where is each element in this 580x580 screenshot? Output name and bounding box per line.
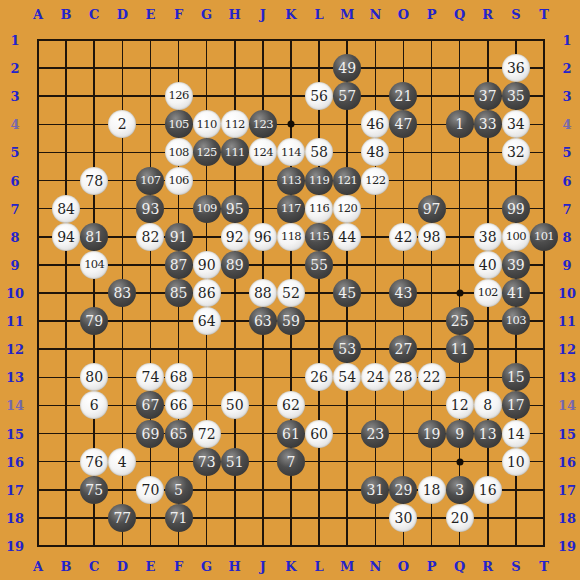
move-number: 99 — [507, 202, 525, 216]
move-number: 84 — [57, 202, 75, 216]
move-number: 25 — [451, 314, 469, 328]
coordinate-label-column: R — [482, 560, 493, 573]
coordinate-label-column: L — [315, 560, 324, 573]
stone-white-R9: 40 — [474, 251, 502, 279]
move-number: 65 — [170, 427, 188, 441]
coordinate-label-row: 18 — [6, 511, 24, 524]
coordinate-label-column: G — [201, 8, 212, 21]
coordinate-label-column: H — [229, 560, 241, 573]
stone-white-C9: 104 — [80, 251, 108, 279]
coordinate-label-column: B — [61, 560, 72, 573]
grid-line-horizontal — [37, 545, 545, 547]
go-board[interactable]: AABBCCDDEEFFGGHHJJKKLLMMNNOOPPQQRRSSTT11… — [0, 0, 580, 580]
coordinate-label-column: E — [145, 560, 155, 573]
move-number: 4 — [118, 455, 127, 469]
move-number: 55 — [310, 258, 328, 272]
stone-white-K10: 52 — [277, 279, 305, 307]
move-number: 30 — [395, 511, 413, 525]
move-number: 78 — [85, 174, 103, 188]
move-number: 80 — [85, 370, 103, 384]
move-number: 32 — [507, 145, 525, 159]
move-number: 103 — [506, 315, 526, 327]
stone-black-F8: 91 — [165, 223, 193, 251]
stone-white-D16: 4 — [108, 448, 136, 476]
stone-white-L3: 56 — [305, 82, 333, 110]
stone-black-F10: 85 — [165, 279, 193, 307]
coordinate-label-row: 12 — [6, 343, 24, 356]
coordinate-label-row: 13 — [6, 371, 24, 384]
coordinate-label-column: S — [511, 8, 520, 21]
move-number: 72 — [198, 427, 216, 441]
coordinate-label-row: 4 — [10, 118, 19, 131]
move-number: 7 — [287, 455, 296, 469]
stone-white-F5: 108 — [165, 138, 193, 166]
move-number: 79 — [85, 314, 103, 328]
grid-line-horizontal — [37, 377, 545, 379]
stone-black-H7: 95 — [221, 195, 249, 223]
stone-black-Q15: 9 — [446, 420, 474, 448]
stone-white-E8: 82 — [136, 223, 164, 251]
move-number: 104 — [84, 259, 104, 271]
move-number: 12 — [451, 398, 469, 412]
stone-black-F4: 105 — [165, 110, 193, 138]
coordinate-label-row: 10 — [558, 287, 576, 300]
coordinate-label-row: 11 — [6, 315, 24, 328]
move-number: 62 — [282, 398, 300, 412]
stone-white-J10: 88 — [249, 279, 277, 307]
move-number: 118 — [281, 231, 301, 243]
coordinate-label-row: 2 — [10, 62, 19, 75]
coordinate-label-row: 6 — [562, 174, 571, 187]
stone-black-N17: 31 — [361, 476, 389, 504]
move-number: 85 — [170, 286, 188, 300]
move-number: 95 — [226, 202, 244, 216]
move-number: 106 — [168, 175, 188, 187]
coordinate-label-row: 16 — [6, 455, 24, 468]
coordinate-label-column: J — [260, 8, 266, 21]
coordinate-label-row: 2 — [562, 62, 571, 75]
stone-white-P17: 18 — [418, 476, 446, 504]
stone-black-O3: 21 — [389, 82, 417, 110]
move-number: 16 — [479, 483, 497, 497]
stone-black-M12: 53 — [333, 335, 361, 363]
stone-white-K8: 118 — [277, 223, 305, 251]
stone-black-E7: 93 — [136, 195, 164, 223]
move-number: 34 — [507, 117, 525, 131]
move-number: 76 — [85, 455, 103, 469]
coordinate-label-row: 8 — [562, 230, 571, 243]
move-number: 50 — [226, 398, 244, 412]
coordinate-label-row: 4 — [562, 118, 571, 131]
move-number: 2 — [118, 117, 127, 131]
move-number: 38 — [479, 230, 497, 244]
star-point — [456, 290, 463, 297]
move-number: 83 — [113, 286, 131, 300]
move-number: 10 — [507, 455, 525, 469]
coordinate-label-row: 16 — [558, 455, 576, 468]
move-number: 92 — [226, 230, 244, 244]
stone-white-S2: 36 — [502, 54, 530, 82]
move-number: 58 — [310, 145, 328, 159]
move-number: 90 — [198, 258, 216, 272]
stone-black-K6: 113 — [277, 167, 305, 195]
coordinate-label-column: M — [340, 8, 354, 21]
stone-white-L15: 60 — [305, 420, 333, 448]
move-number: 121 — [337, 175, 357, 187]
stone-white-S15: 14 — [502, 420, 530, 448]
grid-line-vertical — [431, 39, 433, 547]
coordinate-label-column: K — [285, 8, 296, 21]
move-number: 24 — [366, 370, 384, 384]
stone-white-G15: 72 — [193, 420, 221, 448]
stone-black-C11: 79 — [80, 307, 108, 335]
move-number: 57 — [338, 89, 356, 103]
move-number: 54 — [338, 370, 356, 384]
move-number: 86 — [198, 286, 216, 300]
move-number: 26 — [310, 370, 328, 384]
coordinate-label-column: Q — [454, 560, 465, 573]
stone-black-R4: 33 — [474, 110, 502, 138]
move-number: 27 — [395, 342, 413, 356]
stone-black-C8: 81 — [80, 223, 108, 251]
stone-black-N15: 23 — [361, 420, 389, 448]
move-number: 1 — [455, 117, 464, 131]
stone-black-H5: 111 — [221, 138, 249, 166]
coordinate-label-row: 10 — [6, 287, 24, 300]
stone-white-C16: 76 — [80, 448, 108, 476]
coordinate-label-row: 14 — [558, 399, 576, 412]
coordinate-label-row: 1 — [10, 34, 19, 47]
move-number: 35 — [507, 89, 525, 103]
move-number: 122 — [365, 175, 385, 187]
stone-white-R17: 16 — [474, 476, 502, 504]
stone-black-O4: 47 — [389, 110, 417, 138]
stone-white-F3: 126 — [165, 82, 193, 110]
stone-black-Q12: 11 — [446, 335, 474, 363]
coordinate-label-column: D — [117, 8, 128, 21]
move-number: 28 — [395, 370, 413, 384]
stone-white-P8: 98 — [418, 223, 446, 251]
move-number: 74 — [142, 370, 160, 384]
stone-white-K5: 114 — [277, 138, 305, 166]
move-number: 116 — [309, 203, 329, 215]
stone-black-K15: 61 — [277, 420, 305, 448]
stone-black-P7: 97 — [418, 195, 446, 223]
move-number: 97 — [423, 202, 441, 216]
move-number: 89 — [226, 258, 244, 272]
coordinate-label-row: 12 — [558, 343, 576, 356]
move-number: 119 — [309, 175, 329, 187]
coordinate-label-row: 14 — [6, 399, 24, 412]
coordinate-label-row: 11 — [558, 315, 576, 328]
stone-white-G9: 90 — [193, 251, 221, 279]
move-number: 91 — [170, 230, 188, 244]
move-number: 29 — [395, 483, 413, 497]
coordinate-label-column: T — [539, 8, 549, 21]
coordinate-label-column: G — [201, 560, 212, 573]
move-number: 108 — [168, 147, 188, 159]
stone-white-G4: 110 — [193, 110, 221, 138]
stone-black-G16: 73 — [193, 448, 221, 476]
move-number: 13 — [479, 427, 497, 441]
stone-white-S8: 100 — [502, 223, 530, 251]
move-number: 22 — [423, 370, 441, 384]
stone-white-R8: 38 — [474, 223, 502, 251]
move-number: 70 — [142, 483, 160, 497]
coordinate-label-column: T — [539, 560, 549, 573]
stone-white-C6: 78 — [80, 167, 108, 195]
stone-black-D10: 83 — [108, 279, 136, 307]
stone-black-O17: 29 — [389, 476, 417, 504]
coordinate-label-column: F — [174, 8, 183, 21]
stone-white-L7: 116 — [305, 195, 333, 223]
move-number: 9 — [455, 427, 464, 441]
move-number: 114 — [281, 147, 301, 159]
stone-black-S13: 15 — [502, 363, 530, 391]
stone-white-R14: 8 — [474, 391, 502, 419]
move-number: 6 — [90, 398, 99, 412]
move-number: 36 — [507, 61, 525, 75]
stone-black-K7: 117 — [277, 195, 305, 223]
stone-white-G10: 86 — [193, 279, 221, 307]
move-number: 60 — [310, 427, 328, 441]
coordinate-label-column: J — [260, 560, 266, 573]
stone-white-R10: 102 — [474, 279, 502, 307]
stone-black-E15: 69 — [136, 420, 164, 448]
stone-white-C14: 6 — [80, 391, 108, 419]
stone-white-M13: 54 — [333, 363, 361, 391]
coordinate-label-column: N — [369, 560, 381, 573]
move-number: 15 — [507, 370, 525, 384]
coordinate-label-column: Q — [454, 8, 465, 21]
coordinate-label-row: 3 — [562, 90, 571, 103]
coordinate-label-row: 13 — [558, 371, 576, 384]
stone-black-O12: 27 — [389, 335, 417, 363]
stone-black-F17: 5 — [165, 476, 193, 504]
move-number: 41 — [507, 286, 525, 300]
stone-white-J5: 124 — [249, 138, 277, 166]
move-number: 18 — [423, 483, 441, 497]
move-number: 61 — [282, 427, 300, 441]
coordinate-label-column: L — [315, 8, 324, 21]
stone-black-R3: 37 — [474, 82, 502, 110]
coordinate-label-row: 5 — [10, 146, 19, 159]
stone-white-S5: 32 — [502, 138, 530, 166]
coordinate-label-column: R — [482, 8, 493, 21]
stone-black-S3: 35 — [502, 82, 530, 110]
coordinate-label-row: 15 — [6, 427, 24, 440]
move-number: 64 — [198, 314, 216, 328]
coordinate-label-row: 17 — [6, 483, 24, 496]
stone-black-S11: 103 — [502, 307, 530, 335]
move-number: 77 — [113, 511, 131, 525]
move-number: 47 — [395, 117, 413, 131]
move-number: 107 — [140, 175, 160, 187]
move-number: 43 — [395, 286, 413, 300]
stone-black-G7: 109 — [193, 195, 221, 223]
move-number: 51 — [226, 455, 244, 469]
stone-white-O18: 30 — [389, 504, 417, 532]
move-number: 88 — [254, 286, 272, 300]
coordinate-label-column: C — [89, 8, 99, 21]
move-number: 113 — [281, 175, 301, 187]
star-point — [456, 458, 463, 465]
stone-white-N13: 24 — [361, 363, 389, 391]
coordinate-label-column: E — [145, 8, 155, 21]
coordinate-label-column: A — [33, 560, 43, 573]
coordinate-label-row: 9 — [562, 258, 571, 271]
move-number: 71 — [170, 511, 188, 525]
move-number: 126 — [168, 90, 188, 102]
coordinate-label-row: 7 — [562, 202, 571, 215]
stone-white-F14: 66 — [165, 391, 193, 419]
move-number: 102 — [478, 287, 498, 299]
move-number: 8 — [483, 398, 492, 412]
move-number: 100 — [506, 231, 526, 243]
stone-white-H14: 50 — [221, 391, 249, 419]
stone-black-M10: 45 — [333, 279, 361, 307]
stone-white-M8: 44 — [333, 223, 361, 251]
stone-white-Q14: 12 — [446, 391, 474, 419]
stone-white-C13: 80 — [80, 363, 108, 391]
move-number: 82 — [142, 230, 160, 244]
stone-white-P13: 22 — [418, 363, 446, 391]
move-number: 59 — [282, 314, 300, 328]
stone-black-O10: 43 — [389, 279, 417, 307]
stone-white-K14: 62 — [277, 391, 305, 419]
coordinate-label-row: 5 — [562, 146, 571, 159]
stone-black-M6: 121 — [333, 167, 361, 195]
stone-white-N5: 48 — [361, 138, 389, 166]
stone-white-F6: 106 — [165, 167, 193, 195]
move-number: 23 — [366, 427, 384, 441]
stone-black-H9: 89 — [221, 251, 249, 279]
stone-black-S14: 17 — [502, 391, 530, 419]
move-number: 14 — [507, 427, 525, 441]
stone-black-H16: 51 — [221, 448, 249, 476]
star-point — [288, 121, 295, 128]
move-number: 37 — [479, 89, 497, 103]
move-number: 56 — [310, 89, 328, 103]
stone-white-N6: 122 — [361, 167, 389, 195]
grid-line-vertical — [318, 39, 320, 547]
coordinate-label-column: A — [33, 8, 43, 21]
coordinate-label-column: H — [229, 8, 241, 21]
move-number: 67 — [142, 398, 160, 412]
coordinate-label-row: 6 — [10, 174, 19, 187]
move-number: 45 — [338, 286, 356, 300]
move-number: 3 — [455, 483, 464, 497]
move-number: 44 — [338, 230, 356, 244]
coordinate-label-row: 3 — [10, 90, 19, 103]
move-number: 52 — [282, 286, 300, 300]
stone-black-Q11: 25 — [446, 307, 474, 335]
move-number: 105 — [168, 119, 188, 131]
move-number: 98 — [423, 230, 441, 244]
move-number: 73 — [198, 455, 216, 469]
move-number: 42 — [395, 230, 413, 244]
coordinate-label-column: O — [398, 560, 409, 573]
stone-black-L6: 119 — [305, 167, 333, 195]
stone-black-F15: 65 — [165, 420, 193, 448]
move-number: 112 — [225, 119, 245, 131]
stone-white-B8: 94 — [52, 223, 80, 251]
move-number: 96 — [254, 230, 272, 244]
move-number: 39 — [507, 258, 525, 272]
stone-white-H4: 112 — [221, 110, 249, 138]
stone-black-D18: 77 — [108, 504, 136, 532]
coordinate-label-row: 15 — [558, 427, 576, 440]
move-number: 19 — [423, 427, 441, 441]
stone-black-E14: 67 — [136, 391, 164, 419]
stone-white-N4: 46 — [361, 110, 389, 138]
move-number: 115 — [309, 231, 329, 243]
stone-black-P15: 19 — [418, 420, 446, 448]
coordinate-label-column: P — [427, 560, 437, 573]
stone-white-B7: 84 — [52, 195, 80, 223]
grid-line-vertical — [543, 39, 545, 547]
stone-white-O13: 28 — [389, 363, 417, 391]
stone-white-H8: 92 — [221, 223, 249, 251]
coordinate-label-row: 19 — [558, 540, 576, 553]
move-number: 94 — [57, 230, 75, 244]
coordinate-label-row: 9 — [10, 258, 19, 271]
stone-white-E13: 74 — [136, 363, 164, 391]
coordinate-label-row: 7 — [10, 202, 19, 215]
stone-white-F13: 68 — [165, 363, 193, 391]
stone-black-R15: 13 — [474, 420, 502, 448]
stone-white-Q18: 20 — [446, 504, 474, 532]
move-number: 123 — [253, 119, 273, 131]
move-number: 53 — [338, 342, 356, 356]
stone-black-Q4: 1 — [446, 110, 474, 138]
move-number: 63 — [254, 314, 272, 328]
move-number: 124 — [253, 147, 273, 159]
stone-black-K16: 7 — [277, 448, 305, 476]
move-number: 110 — [197, 119, 217, 131]
stone-white-M7: 120 — [333, 195, 361, 223]
coordinate-label-column: C — [89, 560, 99, 573]
stone-black-Q17: 3 — [446, 476, 474, 504]
move-number: 31 — [366, 483, 384, 497]
move-number: 93 — [142, 202, 160, 216]
coordinate-label-column: F — [174, 560, 183, 573]
stone-black-M3: 57 — [333, 82, 361, 110]
stone-black-J4: 123 — [249, 110, 277, 138]
stone-black-S9: 39 — [502, 251, 530, 279]
stone-black-S10: 41 — [502, 279, 530, 307]
move-number: 17 — [507, 398, 525, 412]
move-number: 40 — [479, 258, 497, 272]
stone-white-G11: 64 — [193, 307, 221, 335]
move-number: 11 — [451, 342, 469, 356]
stone-black-E6: 107 — [136, 167, 164, 195]
move-number: 49 — [338, 61, 356, 75]
stone-black-J11: 63 — [249, 307, 277, 335]
move-number: 75 — [85, 483, 103, 497]
move-number: 66 — [170, 398, 188, 412]
coordinate-label-column: D — [117, 560, 128, 573]
coordinate-label-column: O — [398, 8, 409, 21]
stone-black-L9: 55 — [305, 251, 333, 279]
stone-black-L8: 115 — [305, 223, 333, 251]
stone-black-K11: 59 — [277, 307, 305, 335]
coordinate-label-row: 17 — [558, 483, 576, 496]
move-number: 20 — [451, 511, 469, 525]
move-number: 81 — [85, 230, 103, 244]
stone-black-F18: 71 — [165, 504, 193, 532]
stone-black-C17: 75 — [80, 476, 108, 504]
